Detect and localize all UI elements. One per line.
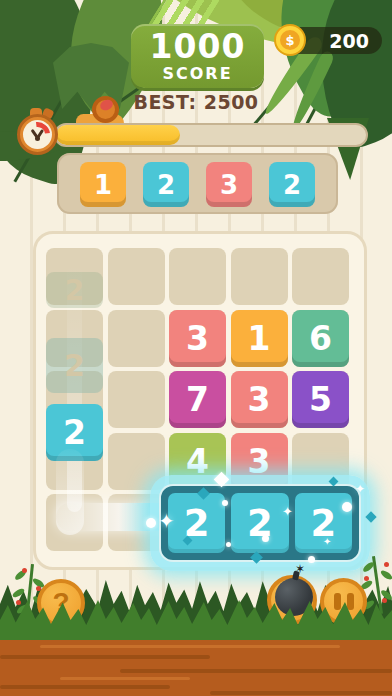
bomb-icon [275, 578, 313, 616]
sprig-leaf [11, 587, 25, 599]
stopwatch-pivot [35, 136, 40, 141]
score-badge: 1000 SCORE [131, 24, 264, 88]
merge-tile-2[interactable]: 2 [231, 493, 288, 553]
bomb-spark-icon: ✶ [295, 563, 305, 575]
timer-track [54, 123, 368, 147]
wood-grain [0, 655, 210, 659]
queue-tile-2[interactable]: 2 [143, 162, 189, 207]
score-label: SCORE [162, 64, 232, 83]
berry [384, 562, 389, 567]
tile-7-r3c3[interactable]: 7 [169, 371, 226, 428]
next-tiles-tray: 1232 [57, 153, 338, 214]
berry [364, 576, 369, 581]
ghost-tile: 2 [46, 338, 103, 393]
coin-icon: $ [274, 24, 306, 56]
sprig-leaf [379, 569, 392, 581]
wooden-floor [0, 629, 392, 696]
berry [16, 600, 21, 605]
queue-tile-3[interactable]: 3 [206, 162, 252, 207]
timer-fill [56, 125, 180, 145]
help-button[interactable]: ? [37, 579, 85, 627]
merge-frame: 222 [159, 484, 361, 562]
coin-count: 200 [329, 30, 369, 52]
stopwatch-icon [17, 111, 61, 155]
tile-3-r3c4[interactable]: 3 [231, 371, 288, 428]
berry [22, 568, 27, 573]
bomb-booster-button[interactable]: ✶ [267, 575, 317, 625]
queue-tile-4[interactable]: 2 [269, 162, 315, 207]
berry [382, 598, 387, 603]
game-screen: 1000 SCORE $ 200 BEST: 2500 1232 2 2 2 3… [0, 0, 392, 696]
best-score: BEST: 2500 [0, 91, 392, 113]
pause-button[interactable] [320, 578, 367, 625]
wood-grain [120, 669, 392, 673]
merge-tile-3[interactable]: 2 [295, 493, 352, 553]
score-value: 1000 [150, 30, 246, 63]
queue-tile-1[interactable]: 1 [80, 162, 126, 207]
wood-grain [60, 677, 190, 680]
merge-selection-group[interactable]: 222 [159, 484, 361, 562]
ghost-tile: 2 [46, 272, 103, 308]
pause-icon [334, 593, 341, 610]
tile-1-r2c4[interactable]: 1 [231, 310, 288, 367]
tile-5-r3c5[interactable]: 5 [292, 371, 349, 428]
tile-6-r2c5[interactable]: 6 [292, 310, 349, 367]
pause-icon [347, 593, 354, 610]
wood-grain [210, 691, 392, 695]
wood-grain [0, 685, 170, 689]
sprig-stem [25, 564, 34, 622]
tile-3-r2c3[interactable]: 3 [169, 310, 226, 367]
game-board: 2 2 2 31673543 222 ✦✦✦✦ [33, 231, 367, 570]
merge-tile-1[interactable]: 2 [168, 493, 225, 553]
coin-counter[interactable]: $ 200 [277, 27, 382, 54]
dollar-symbol: $ [280, 30, 300, 50]
wood-grain [40, 645, 340, 648]
